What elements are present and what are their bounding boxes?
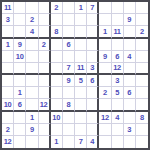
empty-cell-r7c2[interactable] [14, 75, 26, 87]
empty-cell-r7c12[interactable] [136, 75, 148, 87]
empty-cell-r2c7[interactable] [75, 14, 87, 26]
empty-cell-r3c4[interactable] [39, 26, 51, 38]
empty-cell-r7c9[interactable] [99, 75, 111, 87]
given-cell-r11c3: 9 [26, 124, 38, 136]
given-cell-r8c10: 5 [112, 87, 124, 99]
empty-cell-r8c5[interactable] [51, 87, 63, 99]
empty-cell-r1c4[interactable] [39, 2, 51, 14]
empty-cell-r2c10[interactable] [112, 14, 124, 26]
given-cell-r1c5: 2 [51, 2, 63, 14]
given-cell-r7c6: 9 [63, 75, 75, 87]
given-cell-r9c6: 8 [63, 99, 75, 111]
empty-cell-r8c8[interactable] [87, 87, 99, 99]
empty-cell-r6c12[interactable] [136, 63, 148, 75]
empty-cell-r10c11[interactable] [124, 112, 136, 124]
empty-cell-r5c12[interactable] [136, 51, 148, 63]
empty-cell-r7c1[interactable] [2, 75, 14, 87]
given-cell-r8c9: 2 [99, 87, 111, 99]
empty-cell-r9c7[interactable] [75, 99, 87, 111]
empty-cell-r9c3[interactable] [26, 99, 38, 111]
given-cell-r2c3: 2 [26, 14, 38, 26]
empty-cell-r9c11[interactable] [124, 99, 136, 111]
empty-cell-r4c12[interactable] [136, 39, 148, 51]
given-cell-r5c11: 4 [124, 51, 136, 63]
given-cell-r12c5: 1 [51, 136, 63, 148]
empty-cell-r7c4[interactable] [39, 75, 51, 87]
given-cell-r5c2: 10 [14, 51, 26, 63]
given-cell-r1c7: 1 [75, 2, 87, 14]
given-cell-r12c8: 4 [87, 136, 99, 148]
given-cell-r6c8: 3 [87, 63, 99, 75]
empty-cell-r12c12[interactable] [136, 136, 148, 148]
empty-cell-r4c11[interactable] [124, 39, 136, 51]
empty-cell-r10c6[interactable] [63, 112, 75, 124]
empty-cell-r11c2[interactable] [14, 124, 26, 136]
empty-cell-r8c6[interactable] [63, 87, 75, 99]
given-cell-r10c3: 1 [26, 112, 38, 124]
given-cell-r6c6: 7 [63, 63, 75, 75]
empty-cell-r6c2[interactable] [14, 63, 26, 75]
empty-cell-r7c11[interactable] [124, 75, 136, 87]
given-cell-r7c8: 6 [87, 75, 99, 87]
given-cell-r4c2: 9 [14, 39, 26, 51]
given-cell-r2c11: 9 [124, 14, 136, 26]
given-cell-r12c7: 7 [75, 136, 87, 148]
empty-cell-r1c11[interactable] [124, 2, 136, 14]
given-cell-r8c11: 6 [124, 87, 136, 99]
given-cell-r9c4: 12 [39, 99, 51, 111]
empty-cell-r10c1[interactable] [2, 112, 14, 124]
empty-cell-r1c6[interactable] [63, 2, 75, 14]
empty-cell-r1c3[interactable] [26, 2, 38, 14]
given-cell-r8c2: 1 [14, 87, 26, 99]
empty-cell-r2c9[interactable] [99, 14, 111, 26]
given-cell-r3c9: 1 [99, 26, 111, 38]
empty-cell-r5c4[interactable] [39, 51, 51, 63]
given-cell-r6c7: 11 [75, 63, 87, 75]
empty-cell-r12c2[interactable] [14, 136, 26, 148]
empty-cell-r11c12[interactable] [136, 124, 148, 136]
empty-cell-r8c12[interactable] [136, 87, 148, 99]
empty-cell-r9c8[interactable] [87, 99, 99, 111]
given-cell-r2c1: 3 [2, 14, 14, 26]
empty-cell-r8c4[interactable] [39, 87, 51, 99]
empty-cell-r1c12[interactable] [136, 2, 148, 14]
empty-cell-r11c4[interactable] [39, 124, 51, 136]
empty-cell-r10c7[interactable] [75, 112, 87, 124]
given-cell-r10c12: 8 [136, 112, 148, 124]
empty-cell-r12c6[interactable] [63, 136, 75, 148]
given-cell-r12c1: 12 [2, 136, 14, 148]
empty-cell-r12c4[interactable] [39, 136, 51, 148]
empty-cell-r12c3[interactable] [26, 136, 38, 148]
given-cell-r3c5: 8 [51, 26, 63, 38]
empty-cell-r5c1[interactable] [2, 51, 14, 63]
empty-cell-r6c9[interactable] [99, 63, 111, 75]
empty-cell-r7c5[interactable] [51, 75, 63, 87]
given-cell-r7c10: 3 [112, 75, 124, 87]
given-cell-r11c11: 3 [124, 124, 136, 136]
empty-cell-r3c1[interactable] [2, 26, 14, 38]
given-cell-r1c1: 11 [2, 2, 14, 14]
empty-cell-r2c12[interactable] [136, 14, 148, 26]
empty-cell-r10c2[interactable] [14, 112, 26, 124]
given-cell-r3c12: 2 [136, 26, 148, 38]
empty-cell-r9c12[interactable] [136, 99, 148, 111]
empty-cell-r6c3[interactable] [26, 63, 38, 75]
empty-cell-r3c11[interactable] [124, 26, 136, 38]
empty-cell-r11c10[interactable] [112, 124, 124, 136]
empty-cell-r5c8[interactable] [87, 51, 99, 63]
given-cell-r5c10: 6 [112, 51, 124, 63]
empty-cell-r7c3[interactable] [26, 75, 38, 87]
given-cell-r3c3: 4 [26, 26, 38, 38]
empty-cell-r11c5[interactable] [51, 124, 63, 136]
given-cell-r7c7: 5 [75, 75, 87, 87]
empty-cell-r3c8[interactable] [87, 26, 99, 38]
sudoku-board: 1121732948111219261096471131295631256106… [0, 0, 150, 150]
empty-cell-r5c7[interactable] [75, 51, 87, 63]
empty-cell-r2c5[interactable] [51, 14, 63, 26]
empty-cell-r2c6[interactable] [63, 14, 75, 26]
empty-cell-r8c7[interactable] [75, 87, 87, 99]
given-cell-r11c1: 2 [2, 124, 14, 136]
empty-cell-r8c3[interactable] [26, 87, 38, 99]
empty-cell-r11c8[interactable] [87, 124, 99, 136]
empty-cell-r6c11[interactable] [124, 63, 136, 75]
empty-cell-r12c9[interactable] [99, 136, 111, 148]
given-cell-r5c9: 9 [99, 51, 111, 63]
given-cell-r9c2: 6 [14, 99, 26, 111]
empty-cell-r2c4[interactable] [39, 14, 51, 26]
empty-cell-r5c3[interactable] [26, 51, 38, 63]
empty-cell-r5c5[interactable] [51, 51, 63, 63]
empty-cell-r4c3[interactable] [26, 39, 38, 51]
empty-cell-r9c9[interactable] [99, 99, 111, 111]
empty-cell-r12c10[interactable] [112, 136, 124, 148]
given-cell-r4c1: 1 [2, 39, 14, 51]
empty-cell-r3c6[interactable] [63, 26, 75, 38]
empty-cell-r10c8[interactable] [87, 112, 99, 124]
given-cell-r4c4: 2 [39, 39, 51, 51]
empty-cell-r11c6[interactable] [63, 124, 75, 136]
empty-cell-r1c9[interactable] [99, 2, 111, 14]
empty-cell-r4c9[interactable] [99, 39, 111, 51]
empty-cell-r6c1[interactable] [2, 63, 14, 75]
empty-cell-r11c9[interactable] [99, 124, 111, 136]
empty-cell-r4c5[interactable] [51, 39, 63, 51]
empty-cell-r12c11[interactable] [124, 136, 136, 148]
empty-cell-r9c10[interactable] [112, 99, 124, 111]
given-cell-r4c6: 6 [63, 39, 75, 51]
empty-cell-r5c6[interactable] [63, 51, 75, 63]
given-cell-r6c10: 12 [112, 63, 124, 75]
given-cell-r1c8: 7 [87, 2, 99, 14]
given-cell-r9c1: 10 [2, 99, 14, 111]
empty-cell-r3c7[interactable] [75, 26, 87, 38]
empty-cell-r4c7[interactable] [75, 39, 87, 51]
given-cell-r10c9: 12 [99, 112, 111, 124]
empty-cell-r4c8[interactable] [87, 39, 99, 51]
empty-cell-r9c5[interactable] [51, 99, 63, 111]
empty-cell-r2c2[interactable] [14, 14, 26, 26]
empty-cell-r8c1[interactable] [2, 87, 14, 99]
empty-cell-r1c10[interactable] [112, 2, 124, 14]
empty-cell-r10c4[interactable] [39, 112, 51, 124]
empty-cell-r6c4[interactable] [39, 63, 51, 75]
empty-cell-r2c8[interactable] [87, 14, 99, 26]
given-cell-r10c5: 10 [51, 112, 63, 124]
empty-cell-r1c2[interactable] [14, 2, 26, 14]
empty-cell-r6c5[interactable] [51, 63, 63, 75]
empty-cell-r11c7[interactable] [75, 124, 87, 136]
empty-cell-r4c10[interactable] [112, 39, 124, 51]
empty-cell-r3c2[interactable] [14, 26, 26, 38]
given-cell-r3c10: 11 [112, 26, 124, 38]
given-cell-r10c10: 4 [112, 112, 124, 124]
